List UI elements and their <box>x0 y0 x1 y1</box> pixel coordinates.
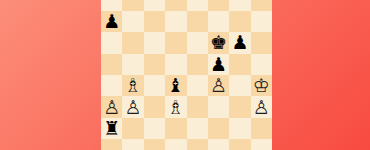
square-e7[interactable] <box>187 11 208 32</box>
piece-black-pawn-f5[interactable]: ♟ <box>210 54 227 73</box>
square-a4[interactable] <box>101 75 122 96</box>
square-h5[interactable] <box>251 54 272 75</box>
square-f7[interactable] <box>208 11 229 32</box>
square-b6[interactable] <box>122 32 143 53</box>
square-a2[interactable]: ♜ <box>101 118 122 139</box>
square-g3[interactable] <box>229 96 250 117</box>
piece-white-bishop-d3[interactable]: ♗ <box>167 97 184 116</box>
square-c3[interactable] <box>144 96 165 117</box>
square-b1[interactable] <box>122 139 143 150</box>
square-h8[interactable] <box>251 0 272 11</box>
square-g8[interactable] <box>229 0 250 11</box>
square-e2[interactable] <box>187 118 208 139</box>
square-a7[interactable]: ♟ <box>101 11 122 32</box>
piece-white-pawn-h3[interactable]: ♙ <box>253 97 270 116</box>
square-d7[interactable] <box>165 11 186 32</box>
piece-black-pawn-a7[interactable]: ♟ <box>103 12 120 31</box>
square-g2[interactable] <box>229 118 250 139</box>
piece-black-pawn-g6[interactable]: ♟ <box>231 33 248 52</box>
chess-board: ♟♚♟♟♗♝♙♔♙♙♗♙♜ <box>101 0 272 150</box>
piece-white-pawn-b3[interactable]: ♙ <box>125 97 142 116</box>
square-c8[interactable] <box>144 0 165 11</box>
square-b8[interactable] <box>122 0 143 11</box>
piece-black-king-f6[interactable]: ♚ <box>210 33 227 52</box>
square-b2[interactable] <box>122 118 143 139</box>
page-background: ♟♚♟♟♗♝♙♔♙♙♗♙♜ <box>0 0 370 150</box>
square-e4[interactable] <box>187 75 208 96</box>
square-c4[interactable] <box>144 75 165 96</box>
square-b5[interactable] <box>122 54 143 75</box>
square-d5[interactable] <box>165 54 186 75</box>
square-d2[interactable] <box>165 118 186 139</box>
square-g1[interactable] <box>229 139 250 150</box>
square-c5[interactable] <box>144 54 165 75</box>
square-h6[interactable] <box>251 32 272 53</box>
piece-black-bishop-d4[interactable]: ♝ <box>167 76 184 95</box>
square-f8[interactable] <box>208 0 229 11</box>
piece-white-pawn-f4[interactable]: ♙ <box>210 76 227 95</box>
square-e6[interactable] <box>187 32 208 53</box>
piece-black-rook-a2[interactable]: ♜ <box>103 118 120 137</box>
piece-white-pawn-a3[interactable]: ♙ <box>103 97 120 116</box>
square-b3[interactable]: ♙ <box>122 96 143 117</box>
square-g7[interactable] <box>229 11 250 32</box>
square-h3[interactable]: ♙ <box>251 96 272 117</box>
piece-white-king-h4[interactable]: ♔ <box>253 76 270 95</box>
square-f4[interactable]: ♙ <box>208 75 229 96</box>
square-e5[interactable] <box>187 54 208 75</box>
square-e1[interactable] <box>187 139 208 150</box>
square-d3[interactable]: ♗ <box>165 96 186 117</box>
square-a1[interactable] <box>101 139 122 150</box>
square-a5[interactable] <box>101 54 122 75</box>
square-e8[interactable] <box>187 0 208 11</box>
piece-white-bishop-b4[interactable]: ♗ <box>125 76 142 95</box>
square-a3[interactable]: ♙ <box>101 96 122 117</box>
square-f3[interactable] <box>208 96 229 117</box>
square-h4[interactable]: ♔ <box>251 75 272 96</box>
square-c6[interactable] <box>144 32 165 53</box>
square-g5[interactable] <box>229 54 250 75</box>
square-h2[interactable] <box>251 118 272 139</box>
square-d1[interactable] <box>165 139 186 150</box>
square-a6[interactable] <box>101 32 122 53</box>
square-f6[interactable]: ♚ <box>208 32 229 53</box>
square-e3[interactable] <box>187 96 208 117</box>
square-d4[interactable]: ♝ <box>165 75 186 96</box>
square-h1[interactable] <box>251 139 272 150</box>
square-f1[interactable] <box>208 139 229 150</box>
square-g4[interactable] <box>229 75 250 96</box>
square-d6[interactable] <box>165 32 186 53</box>
square-g6[interactable]: ♟ <box>229 32 250 53</box>
square-b7[interactable] <box>122 11 143 32</box>
square-f5[interactable]: ♟ <box>208 54 229 75</box>
square-h7[interactable] <box>251 11 272 32</box>
square-c7[interactable] <box>144 11 165 32</box>
square-c1[interactable] <box>144 139 165 150</box>
square-c2[interactable] <box>144 118 165 139</box>
square-d8[interactable] <box>165 0 186 11</box>
square-f2[interactable] <box>208 118 229 139</box>
square-b4[interactable]: ♗ <box>122 75 143 96</box>
